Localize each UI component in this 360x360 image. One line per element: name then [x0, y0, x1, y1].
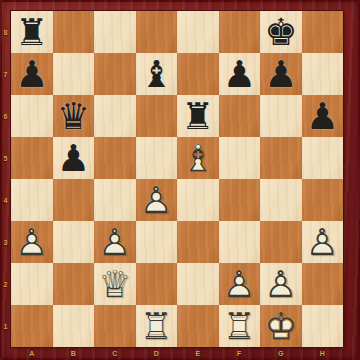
square-g8[interactable]: ♚ [260, 11, 302, 53]
square-g7[interactable]: ♟ [260, 53, 302, 95]
piece-white-queen-c2: ♛ [94, 263, 136, 305]
square-d1[interactable]: ♜♖ [136, 305, 178, 347]
piece-white-pawn-outline: ♙ [219, 263, 261, 305]
square-d8[interactable] [136, 11, 178, 53]
square-g1[interactable]: ♚♔ [260, 305, 302, 347]
square-f4[interactable] [219, 179, 261, 221]
square-h8[interactable] [302, 11, 344, 53]
piece-white-pawn-outline: ♙ [302, 221, 344, 263]
piece-white-pawn-outline: ♙ [136, 179, 178, 221]
file-label-d: D [136, 347, 178, 360]
square-e6[interactable]: ♜ [177, 95, 219, 137]
square-h2[interactable] [302, 263, 344, 305]
square-h3[interactable]: ♟♙ [302, 221, 344, 263]
square-d7[interactable]: ♝ [136, 53, 178, 95]
chess-board: ♜♚♟♝♟♟♛♜♟♟♝♗♟♙♟♙♟♙♟♙♛♕♟♙♟♙♜♖♜♖♚♔ [11, 11, 343, 347]
square-d4[interactable]: ♟♙ [136, 179, 178, 221]
piece-white-rook-outline: ♖ [219, 305, 261, 347]
square-e3[interactable] [177, 221, 219, 263]
square-g4[interactable] [260, 179, 302, 221]
square-g5[interactable] [260, 137, 302, 179]
piece-white-pawn-outline: ♙ [94, 221, 136, 263]
piece-black-queen-b6: ♛ [53, 95, 95, 137]
piece-white-bishop-e5: ♝ [177, 137, 219, 179]
file-label-b: B [53, 347, 95, 360]
piece-white-king-outline: ♔ [260, 305, 302, 347]
rank-label-2: 2 [0, 263, 11, 305]
piece-white-queen-outline: ♕ [94, 263, 136, 305]
file-label-f: F [219, 347, 261, 360]
square-a5[interactable] [11, 137, 53, 179]
square-e7[interactable] [177, 53, 219, 95]
rank-label-1: 1 [0, 305, 11, 347]
square-a3[interactable]: ♟♙ [11, 221, 53, 263]
piece-black-pawn-f7: ♟ [219, 53, 261, 95]
square-g6[interactable] [260, 95, 302, 137]
square-a7[interactable]: ♟ [11, 53, 53, 95]
square-f7[interactable]: ♟ [219, 53, 261, 95]
square-c1[interactable] [94, 305, 136, 347]
square-c2[interactable]: ♛♕ [94, 263, 136, 305]
square-c5[interactable] [94, 137, 136, 179]
square-g3[interactable] [260, 221, 302, 263]
square-e4[interactable] [177, 179, 219, 221]
rank-label-5: 5 [0, 137, 11, 179]
piece-white-pawn-outline: ♙ [260, 263, 302, 305]
piece-black-king-g8: ♚ [260, 11, 302, 53]
rank-label-6: 6 [0, 95, 11, 137]
square-f3[interactable] [219, 221, 261, 263]
square-e2[interactable] [177, 263, 219, 305]
square-g2[interactable]: ♟♙ [260, 263, 302, 305]
piece-black-bishop-d7: ♝ [136, 53, 178, 95]
piece-white-rook-f1: ♜ [219, 305, 261, 347]
square-h1[interactable] [302, 305, 344, 347]
square-b1[interactable] [53, 305, 95, 347]
square-d3[interactable] [136, 221, 178, 263]
square-h6[interactable]: ♟ [302, 95, 344, 137]
square-a2[interactable] [11, 263, 53, 305]
rank-label-8: 8 [0, 11, 11, 53]
square-b6[interactable]: ♛ [53, 95, 95, 137]
square-a8[interactable]: ♜ [11, 11, 53, 53]
piece-black-pawn-b5: ♟ [53, 137, 95, 179]
square-f1[interactable]: ♜♖ [219, 305, 261, 347]
piece-white-pawn-g2: ♟ [260, 263, 302, 305]
square-c3[interactable]: ♟♙ [94, 221, 136, 263]
square-e1[interactable] [177, 305, 219, 347]
piece-white-king-g1: ♚ [260, 305, 302, 347]
square-a1[interactable] [11, 305, 53, 347]
square-h5[interactable] [302, 137, 344, 179]
square-d5[interactable] [136, 137, 178, 179]
piece-white-pawn-c3: ♟ [94, 221, 136, 263]
square-b8[interactable] [53, 11, 95, 53]
square-c7[interactable] [94, 53, 136, 95]
piece-white-pawn-h3: ♟ [302, 221, 344, 263]
file-label-h: H [302, 347, 344, 360]
square-b3[interactable] [53, 221, 95, 263]
rank-label-7: 7 [0, 53, 11, 95]
square-b4[interactable] [53, 179, 95, 221]
square-a4[interactable] [11, 179, 53, 221]
board-frame: ♜♚♟♝♟♟♛♜♟♟♝♗♟♙♟♙♟♙♟♙♛♕♟♙♟♙♜♖♜♖♚♔ 8765432… [0, 0, 360, 360]
square-c8[interactable] [94, 11, 136, 53]
square-a6[interactable] [11, 95, 53, 137]
square-e5[interactable]: ♝♗ [177, 137, 219, 179]
square-h4[interactable] [302, 179, 344, 221]
piece-white-pawn-a3: ♟ [11, 221, 53, 263]
square-c6[interactable] [94, 95, 136, 137]
piece-white-rook-outline: ♖ [136, 305, 178, 347]
square-f6[interactable] [219, 95, 261, 137]
piece-black-pawn-h6: ♟ [302, 95, 344, 137]
file-label-g: G [260, 347, 302, 360]
square-d2[interactable] [136, 263, 178, 305]
square-f5[interactable] [219, 137, 261, 179]
square-f2[interactable]: ♟♙ [219, 263, 261, 305]
square-b2[interactable] [53, 263, 95, 305]
square-f8[interactable] [219, 11, 261, 53]
file-label-c: C [94, 347, 136, 360]
piece-black-pawn-g7: ♟ [260, 53, 302, 95]
piece-white-pawn-d4: ♟ [136, 179, 178, 221]
piece-black-pawn-a7: ♟ [11, 53, 53, 95]
piece-white-rook-d1: ♜ [136, 305, 178, 347]
square-c4[interactable] [94, 179, 136, 221]
file-label-a: A [11, 347, 53, 360]
rank-label-4: 4 [0, 179, 11, 221]
piece-white-pawn-outline: ♙ [11, 221, 53, 263]
square-d6[interactable] [136, 95, 178, 137]
square-b7[interactable] [53, 53, 95, 95]
rank-label-3: 3 [0, 221, 11, 263]
square-b5[interactable]: ♟ [53, 137, 95, 179]
file-labels: ABCDEFGH [11, 347, 343, 360]
piece-black-rook-e6: ♜ [177, 95, 219, 137]
piece-white-pawn-f2: ♟ [219, 263, 261, 305]
file-label-e: E [177, 347, 219, 360]
square-e8[interactable] [177, 11, 219, 53]
piece-white-bishop-outline: ♗ [177, 137, 219, 179]
square-h7[interactable] [302, 53, 344, 95]
piece-black-rook-a8: ♜ [11, 11, 53, 53]
